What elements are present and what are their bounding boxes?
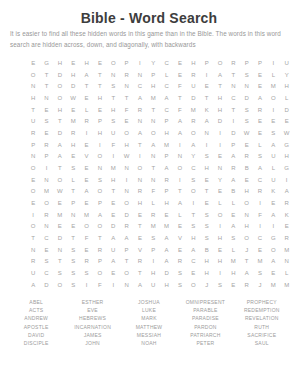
word-prophecy: PROPHECY [247, 298, 277, 306]
grid-cell-r12c8: N [120, 185, 133, 197]
grid-cell-r19c10: H [147, 267, 160, 279]
grid-cell-r7c16: D [227, 127, 240, 139]
grid-cell-r5c3: H [53, 104, 66, 116]
grid-cell-r6c4: M [67, 115, 80, 127]
grid-cell-r12c18: R [253, 185, 266, 197]
grid-cell-r19c6: O [93, 267, 106, 279]
word-list-column-1: ABELACTSANDREWAPOSTLEDAVIDDISCIPLE [8, 298, 64, 347]
grid-cell-r12c2: M [40, 185, 53, 197]
grid-cell-r13c8: O [120, 197, 133, 209]
grid-cell-r11c16: A [227, 174, 240, 186]
grid-cell-r9c17: R [240, 150, 253, 162]
grid-cell-r3c15: T [213, 80, 226, 92]
grid-cell-r2c19: L [267, 69, 280, 81]
grid-cell-r3c1: N [27, 80, 40, 92]
grid-cell-r17c18: E [253, 244, 266, 256]
word-saul: SAUL [255, 339, 269, 347]
grid-cell-r5c20: D [280, 104, 293, 116]
grid-cell-r20c14: J [200, 279, 213, 291]
grid-cell-r2c17: S [240, 69, 253, 81]
grid-cell-r16c13: H [187, 232, 200, 244]
grid-cell-r18c8: T [120, 255, 133, 267]
word-ruth: RUTH [254, 323, 269, 331]
grid-cell-r8c16: P [227, 139, 240, 151]
grid-cell-r9c9: I [133, 150, 146, 162]
word-pardon: PARDON [194, 323, 217, 331]
grid-cell-r15c20: E [280, 220, 293, 232]
grid-cell-r19c4: S [67, 267, 80, 279]
grid-cell-r14c16: E [227, 209, 240, 221]
word-list-column-2: ESTHEREVEHEBREWSINCARNATIONJAMESJOHN [64, 298, 120, 347]
grid-cell-r7c3: D [53, 127, 66, 139]
grid-cell-r5c14: K [200, 104, 213, 116]
grid-cell-r11c17: E [240, 174, 253, 186]
grid-cell-r19c19: E [267, 267, 280, 279]
grid-cell-r15c17: H [240, 220, 253, 232]
grid-cell-r3c7: S [107, 80, 120, 92]
grid-cell-r14c12: L [173, 209, 186, 221]
grid-cell-r5c2: E [40, 104, 53, 116]
grid-cell-r16c17: O [240, 232, 253, 244]
grid-cell-r18c12: R [173, 255, 186, 267]
grid-cell-r1c4: E [67, 57, 80, 69]
grid-cell-r12c3: W [53, 185, 66, 197]
grid-cell-r12c10: F [147, 185, 160, 197]
word-joshua: JOSHUA [138, 298, 160, 306]
grid-cell-r7c7: U [107, 127, 120, 139]
grid-cell-r14c15: O [213, 209, 226, 221]
grid-cell-r1c5: H [80, 57, 93, 69]
grid-cell-r3c11: C [160, 80, 173, 92]
grid-cell-r4c12: T [173, 92, 186, 104]
word-messiah: MESSIAH [137, 331, 161, 339]
grid-cell-r5c9: R [133, 104, 146, 116]
word-andrew: ANDREW [24, 314, 48, 322]
grid-cell-r16c2: C [40, 232, 53, 244]
grid-cell-r8c18: L [253, 139, 266, 151]
word-eve: EVE [87, 306, 98, 314]
grid-cell-r19c17: A [240, 267, 253, 279]
grid-cell-r7c1: R [27, 127, 40, 139]
grid-cell-r3c13: U [187, 80, 200, 92]
grid-cell-r6c11: P [160, 115, 173, 127]
grid-cell-r2c4: H [67, 69, 80, 81]
grid-cell-r16c5: F [80, 232, 93, 244]
grid-cell-r1c15: O [213, 57, 226, 69]
grid-cell-r5c7: H [107, 104, 120, 116]
grid-cell-r9c10: N [147, 150, 160, 162]
grid-cell-r12c11: P [160, 185, 173, 197]
grid-cell-r5c4: E [67, 104, 80, 116]
grid-cell-r2c6: T [93, 69, 106, 81]
grid-cell-r7c9: A [133, 127, 146, 139]
grid-cell-r14c14: S [200, 209, 213, 221]
grid-cell-r14c2: R [40, 209, 53, 221]
grid-cell-r4c6: H [93, 92, 106, 104]
grid-cell-r3c2: T [40, 80, 53, 92]
grid-cell-r17c11: A [160, 244, 173, 256]
grid-cell-r1c10: Y [147, 57, 160, 69]
grid-cell-r6c16: I [227, 115, 240, 127]
grid-cell-r10c16: R [227, 162, 240, 174]
grid-cell-r18c4: S [67, 255, 80, 267]
grid-cell-r10c2: I [40, 162, 53, 174]
grid-cell-r3c18: E [253, 80, 266, 92]
grid-cell-r12c7: T [107, 185, 120, 197]
grid-cell-r8c12: I [173, 139, 186, 151]
word-hebrews: HEBREWS [79, 314, 106, 322]
grid-cell-r5c17: S [240, 104, 253, 116]
grid-cell-r2c15: A [213, 69, 226, 81]
grid-cell-r2c20: Y [280, 69, 293, 81]
grid-cell-r12c12: T [173, 185, 186, 197]
grid-cell-r19c9: T [133, 267, 146, 279]
grid-cell-r20c17: R [240, 279, 253, 291]
word-noah: NOAH [141, 339, 156, 347]
grid-cell-r9c2: P [40, 150, 53, 162]
word-acts: ACTS [29, 306, 43, 314]
word-revelation: REVELATION [245, 314, 279, 322]
grid-cell-r7c20: W [280, 127, 293, 139]
grid-cell-r6c2: S [40, 115, 53, 127]
grid-cell-r10c5: E [80, 162, 93, 174]
grid-cell-r9c3: A [53, 150, 66, 162]
grid-cell-r8c7: F [107, 139, 120, 151]
grid-cell-r5c18: R [253, 104, 266, 116]
word-omnipresent: OMNIPRESENT [186, 298, 225, 306]
grid-cell-r18c13: C [187, 255, 200, 267]
grid-cell-r10c4: S [67, 162, 80, 174]
grid-cell-r14c8: D [120, 209, 133, 221]
grid-cell-r1c3: H [53, 57, 66, 69]
grid-cell-r11c14: E [200, 174, 213, 186]
grid-cell-r14c17: N [240, 209, 253, 221]
grid-cell-r2c1: O [27, 69, 40, 81]
grid-cell-r14c18: F [253, 209, 266, 221]
grid-cell-r12c1: O [27, 185, 40, 197]
grid-cell-r11c9: N [133, 174, 146, 186]
grid-cell-r15c2: N [40, 220, 53, 232]
grid-cell-r6c18: E [253, 115, 266, 127]
word-abel: ABEL [29, 298, 43, 306]
word-esther: ESTHER [82, 298, 104, 306]
grid-cell-r15c19: I [267, 220, 280, 232]
grid-cell-r6c15: D [213, 115, 226, 127]
grid-cell-r17c4: S [67, 244, 80, 256]
grid-cell-r2c7: N [107, 69, 120, 81]
grid-cell-r1c16: R [227, 57, 240, 69]
grid-cell-r17c10: P [147, 244, 160, 256]
grid-cell-r13c17: O [240, 197, 253, 209]
grid-cell-r20c20: M [280, 279, 293, 291]
grid-cell-r4c20: L [280, 92, 293, 104]
grid-cell-r3c6: T [93, 80, 106, 92]
grid-cell-r13c2: O [40, 197, 53, 209]
word-list-column-5: PROPHECYREDEMPTIONREVELATIONRUTHSACRIFIC… [234, 298, 290, 347]
grid-cell-r17c2: E [40, 244, 53, 256]
grid-cell-r2c16: T [227, 69, 240, 81]
grid-cell-r3c17: N [240, 80, 253, 92]
grid-cell-r20c11: H [160, 279, 173, 291]
grid-cell-r3c3: O [53, 80, 66, 92]
grid-cell-r10c6: N [93, 162, 106, 174]
grid-cell-r20c8: N [120, 279, 133, 291]
grid-cell-r5c12: F [173, 104, 186, 116]
grid-cell-r19c20: L [280, 267, 293, 279]
grid-cell-r17c16: L [227, 244, 240, 256]
grid-cell-r12c5: A [80, 185, 93, 197]
grid-cell-r4c18: A [253, 92, 266, 104]
grid-cell-r6c19: E [267, 115, 280, 127]
grid-cell-r20c16: E [227, 279, 240, 291]
grid-cell-r12c17: H [240, 185, 253, 197]
grid-cell-r12c20: A [280, 185, 293, 197]
grid-cell-r7c11: H [160, 127, 173, 139]
grid-cell-r13c20: R [280, 197, 293, 209]
grid-cell-r14c3: M [53, 209, 66, 221]
grid-cell-r10c17: B [240, 162, 253, 174]
grid-cell-r12c13: O [187, 185, 200, 197]
grid-cell-r5c15: H [213, 104, 226, 116]
grid-cell-r13c16: L [227, 197, 240, 209]
grid-cell-r3c8: N [120, 80, 133, 92]
grid-cell-r10c20: G [280, 162, 293, 174]
grid-cell-r14c13: T [187, 209, 200, 221]
grid-cell-r15c13: S [187, 220, 200, 232]
grid-cell-r10c7: M [107, 162, 120, 174]
grid-cell-r6c1: U [27, 115, 40, 127]
grid-cell-r12c14: T [200, 185, 213, 197]
grid-cell-r15c1: O [27, 220, 40, 232]
grid-cell-r20c4: S [67, 279, 80, 291]
grid-cell-r16c15: H [213, 232, 226, 244]
grid-cell-r7c4: R [67, 127, 80, 139]
grid-cell-r6c13: R [187, 115, 200, 127]
grid-cell-r10c12: O [173, 162, 186, 174]
grid-cell-r4c11: A [160, 92, 173, 104]
grid-cell-r8c15: I [213, 139, 226, 151]
grid-cell-r17c17: J [240, 244, 253, 256]
word-list: ABELACTSANDREWAPOSTLEDAVIDDISCIPLEESTHER… [8, 298, 290, 347]
grid-cell-r2c9: N [133, 69, 146, 81]
grid-cell-r12c4: T [67, 185, 80, 197]
grid-cell-r15c5: O [80, 220, 93, 232]
grid-cell-r15c4: E [67, 220, 80, 232]
grid-cell-r11c15: Y [213, 174, 226, 186]
grid-cell-r13c12: A [173, 197, 186, 209]
grid-cell-r18c5: R [80, 255, 93, 267]
grid-cell-r20c2: D [40, 279, 53, 291]
grid-cell-r16c14: S [200, 232, 213, 244]
grid-cell-r5c5: L [80, 104, 93, 116]
grid-cell-r1c17: P [240, 57, 253, 69]
grid-cell-r14c19: A [267, 209, 280, 221]
grid-cell-r3c14: E [200, 80, 213, 92]
grid-cell-r3c20: H [280, 80, 293, 92]
word-apostle: APOSTLE [24, 323, 49, 331]
word-disciple: DISCIPLE [24, 339, 49, 347]
grid-cell-r15c6: O [93, 220, 106, 232]
grid-cell-r6c20: E [280, 115, 293, 127]
grid-cell-r17c1: N [27, 244, 40, 256]
grid-cell-r3c5: T [80, 80, 93, 92]
grid-cell-r16c12: V [173, 232, 186, 244]
grid-cell-r12c16: B [227, 185, 240, 197]
grid-cell-r9c15: E [213, 150, 226, 162]
grid-cell-r17c13: A [187, 244, 200, 256]
grid-cell-r11c19: U [267, 174, 280, 186]
grid-cell-r1c9: I [133, 57, 146, 69]
grid-cell-r11c20: I [280, 174, 293, 186]
grid-cell-r10c14: H [200, 162, 213, 174]
grid-cell-r17c5: E [80, 244, 93, 256]
grid-cell-r11c1: E [27, 174, 40, 186]
grid-cell-r15c14: S [200, 220, 213, 232]
grid-cell-r17c9: V [133, 244, 146, 256]
grid-cell-r18c14: H [200, 255, 213, 267]
grid-cell-r16c10: S [147, 232, 160, 244]
grid-cell-r13c10: L [147, 197, 160, 209]
grid-cell-r10c15: N [213, 162, 226, 174]
grid-cell-r3c16: N [227, 80, 240, 92]
grid-cell-r11c2: N [40, 174, 53, 186]
grid-cell-r14c20: K [280, 209, 293, 221]
grid-cell-r10c11: A [160, 162, 173, 174]
grid-cell-r1c8: P [120, 57, 133, 69]
grid-cell-r7c5: I [80, 127, 93, 139]
grid-cell-r8c3: A [53, 139, 66, 151]
grid-cell-r6c12: A [173, 115, 186, 127]
grid-cell-r2c14: I [200, 69, 213, 81]
grid-cell-r18c11: A [160, 255, 173, 267]
grid-cell-r2c2: T [40, 69, 53, 81]
grid-cell-r13c19: E [267, 197, 280, 209]
grid-cell-r9c6: O [93, 150, 106, 162]
grid-cell-r4c15: H [213, 92, 226, 104]
grid-cell-r15c7: D [107, 220, 120, 232]
word-david: DAVID [28, 331, 44, 339]
grid-cell-r8c14: I [200, 139, 213, 151]
grid-cell-r9c11: P [160, 150, 173, 162]
grid-cell-r5c16: T [227, 104, 240, 116]
grid-cell-r11c4: L [67, 174, 80, 186]
word-luke: LUKE [142, 306, 156, 314]
grid-cell-r17c15: E [213, 244, 226, 256]
grid-cell-r2c8: R [120, 69, 133, 81]
grid-cell-r12c6: O [93, 185, 106, 197]
subtitle-line-1: It is easier to find all these hidden wo… [10, 28, 292, 40]
grid-cell-r11c7: H [107, 174, 120, 186]
grid-cell-r6c9: N [133, 115, 146, 127]
grid-cell-r18c19: A [267, 255, 280, 267]
grid-cell-r19c2: C [40, 267, 53, 279]
grid-cell-r11c6: S [93, 174, 106, 186]
grid-cell-r19c18: S [253, 267, 266, 279]
grid-cell-r16c18: C [253, 232, 266, 244]
grid-cell-r17c12: E [173, 244, 186, 256]
grid-cell-r13c13: I [187, 197, 200, 209]
grid-cell-r9c4: E [67, 150, 80, 162]
grid-cell-r20c13: O [187, 279, 200, 291]
word-redemption: REDEMPTION [244, 306, 280, 314]
grid-cell-r8c2: R [40, 139, 53, 151]
grid-cell-r9c8: W [120, 150, 133, 162]
grid-cell-r10c13: C [187, 162, 200, 174]
grid-cell-r16c3: D [53, 232, 66, 244]
grid-cell-r19c12: S [173, 267, 186, 279]
grid-cell-r7c19: S [267, 127, 280, 139]
grid-cell-r7c14: N [200, 127, 213, 139]
grid-cell-r14c10: R [147, 209, 160, 221]
grid-cell-r20c1: A [27, 279, 40, 291]
grid-cell-r3c12: F [173, 80, 186, 92]
grid-cell-r14c5: M [80, 209, 93, 221]
grid-cell-r14c6: A [93, 209, 106, 221]
grid-cell-r2c12: E [173, 69, 186, 81]
grid-cell-r10c8: N [120, 162, 133, 174]
grid-cell-r9c5: V [80, 150, 93, 162]
grid-cell-r17c6: R [93, 244, 106, 256]
grid-cell-r12c19: K [267, 185, 280, 197]
grid-cell-r16c11: A [160, 232, 173, 244]
grid-cell-r4c19: O [267, 92, 280, 104]
grid-cell-r5c13: M [187, 104, 200, 116]
grid-cell-r8c6: I [93, 139, 106, 151]
word-incarnation: INCARNATION [74, 323, 111, 331]
grid-cell-r4c13: D [187, 92, 200, 104]
grid-cell-r10c1: O [27, 162, 40, 174]
grid-cell-r13c15: L [213, 197, 226, 209]
grid-cell-r18c10: I [147, 255, 160, 267]
word-john: JOHN [85, 339, 100, 347]
grid-cell-r16c9: E [133, 232, 146, 244]
grid-cell-r18c16: M [227, 255, 240, 267]
word-list-column-4: OMNIPRESENTPARABLEPARADISEPARDONPATRIARC… [177, 298, 233, 347]
grid-cell-r13c7: E [107, 197, 120, 209]
grid-cell-r14c7: E [107, 209, 120, 221]
grid-cell-r14c1: I [27, 209, 40, 221]
grid-cell-r13c5: E [80, 197, 93, 209]
grid-cell-r1c20: U [280, 57, 293, 69]
grid-cell-r18c6: P [93, 255, 106, 267]
grid-cell-r7c18: E [253, 127, 266, 139]
grid-cell-r7c10: O [147, 127, 160, 139]
grid-cell-r9c12: N [173, 150, 186, 162]
grid-cell-r6c8: E [120, 115, 133, 127]
grid-cell-r13c4: P [67, 197, 80, 209]
grid-cell-r6c3: T [53, 115, 66, 127]
grid-cell-r3c19: M [267, 80, 280, 92]
grid-cell-r18c15: H [213, 255, 226, 267]
grid-cell-r18c1: R [27, 255, 40, 267]
grid-cell-r5c11: C [160, 104, 173, 116]
grid-cell-r20c18: J [253, 279, 266, 291]
grid-cell-r14c4: N [67, 209, 80, 221]
grid-cell-r16c6: T [93, 232, 106, 244]
grid-cell-r16c19: G [267, 232, 280, 244]
grid-cell-r8c10: A [147, 139, 160, 151]
grid-cell-r13c9: H [133, 197, 146, 209]
grid-cell-r3c4: D [67, 80, 80, 92]
grid-cell-r8c19: A [267, 139, 280, 151]
grid-cell-r9c7: I [107, 150, 120, 162]
grid-cell-r17c8: P [120, 244, 133, 256]
grid-cell-r6c14: A [200, 115, 213, 127]
grid-cell-r20c19: M [267, 279, 280, 291]
page-title: Bible - Word Search [0, 10, 298, 26]
grid-cell-r16c7: A [107, 232, 120, 244]
grid-cell-r16c20: R [280, 232, 293, 244]
